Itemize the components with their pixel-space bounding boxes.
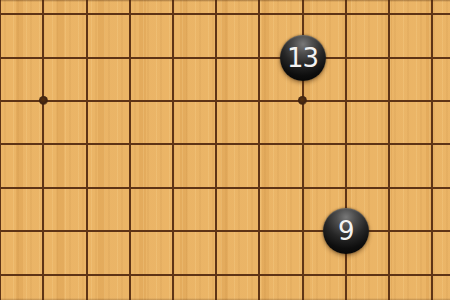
grid-line-vertical <box>172 0 174 300</box>
grid-line-vertical <box>388 0 390 300</box>
grid-line-vertical <box>86 0 88 300</box>
grid-line-horizontal <box>0 187 450 189</box>
grid-line-vertical <box>42 0 44 300</box>
black-stone-move-13: 13 <box>280 35 326 81</box>
move-number-label: 9 <box>338 218 354 244</box>
go-board[interactable]: 913 <box>0 0 450 300</box>
screenshot-root: 913 <box>0 0 450 300</box>
star-point-d16 <box>39 96 48 105</box>
grid-line-vertical <box>258 0 260 300</box>
grid-line-horizontal <box>0 100 450 102</box>
grid-line-horizontal <box>0 230 450 232</box>
move-number-label: 13 <box>287 45 318 71</box>
grid-line-vertical <box>0 0 1 300</box>
grid-line-vertical <box>129 0 131 300</box>
grid-line-vertical <box>431 0 433 300</box>
grid-line-horizontal <box>0 274 450 276</box>
grid-line-horizontal <box>0 13 450 15</box>
grid-line-vertical <box>345 0 347 300</box>
star-point-k16 <box>298 96 307 105</box>
grid-line-horizontal <box>0 143 450 145</box>
grid-line-vertical <box>215 0 217 300</box>
black-stone-move-9: 9 <box>323 208 369 254</box>
grid-line-horizontal <box>0 57 450 59</box>
